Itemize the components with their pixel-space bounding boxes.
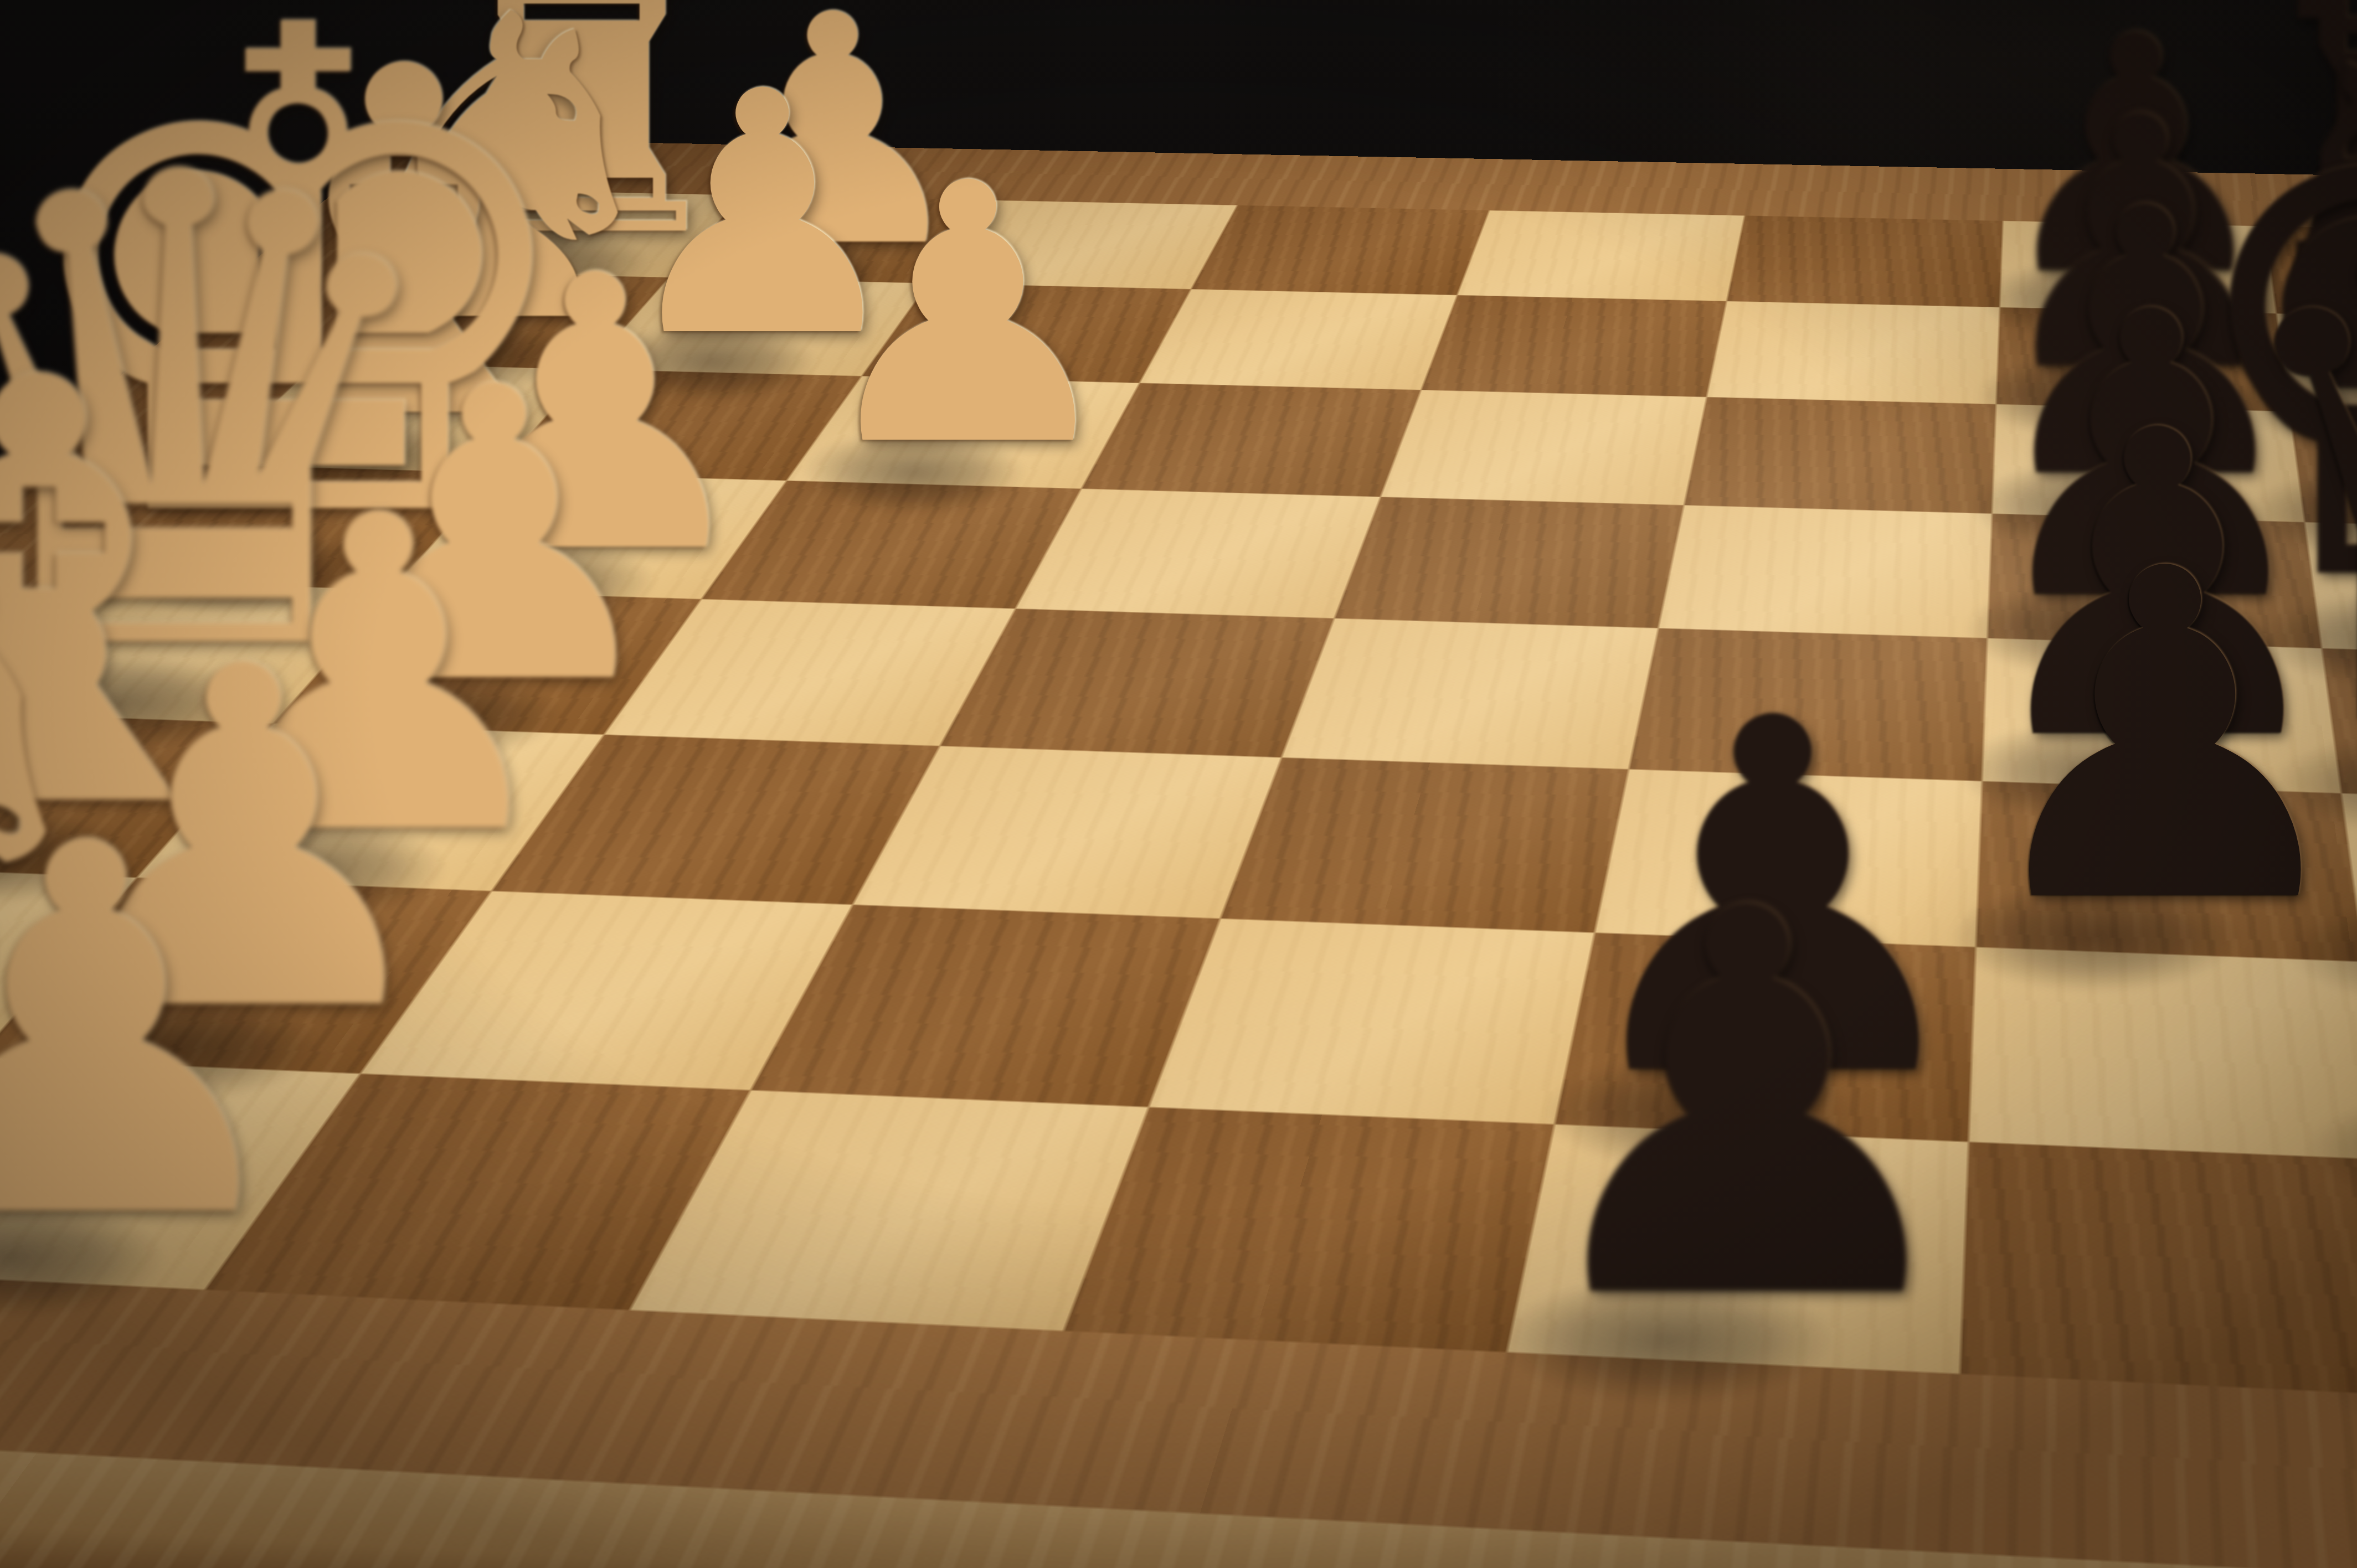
piece-black-rook-h8: ♜ xyxy=(2232,0,2357,321)
piece-white-pawn-e2: ♟ xyxy=(425,236,764,595)
piece-shadow xyxy=(1970,460,2207,551)
piece-shadow xyxy=(31,992,318,1102)
piece-black-knight-b8: ♞ xyxy=(2302,576,2357,1170)
black-pawn-icon: ♟ xyxy=(1989,2,2282,312)
piece-shadow xyxy=(803,430,1026,515)
piece-black-pawn-g7: ♟ xyxy=(1985,81,2295,410)
piece-shadow xyxy=(181,817,447,919)
piece-shadow xyxy=(2256,590,2357,689)
chess-photo-scene: ♞♝♛♚♝♞♜♟♟♟♟♟♟♟♟♜♞♝♛♚♝♞♜♟♟♟♟♟♟♟♟ xyxy=(0,0,2357,1568)
black-pawn-icon: ♟ xyxy=(1985,81,2295,410)
piece-white-bishop-c1: ♝ xyxy=(0,319,301,875)
piece-white-pawn-c2: ♟ xyxy=(183,471,573,884)
piece-white-pawn-a2: ♟ xyxy=(0,792,314,1276)
white-pawn-icon: ♟ xyxy=(0,792,314,1276)
piece-shadow xyxy=(2328,1316,2357,1451)
piece-shadow xyxy=(2243,468,2357,560)
piece-shadow xyxy=(414,227,651,302)
white-pawn-icon: ♟ xyxy=(807,146,1128,486)
piece-white-rook-h1: ♜ xyxy=(415,0,748,278)
piece-shadow xyxy=(2305,1086,2357,1210)
piece-black-pawn-h7: ♟ xyxy=(1989,2,2282,312)
piece-shadow xyxy=(0,656,265,750)
piece-black-knight-g8: ♞ xyxy=(2230,2,2357,419)
black-pawn-icon: ♟ xyxy=(1969,387,2346,787)
piece-shadow xyxy=(321,316,570,395)
black-pawn-icon: ♟ xyxy=(1555,668,1991,1131)
piece-shadow xyxy=(687,232,884,308)
piece-white-pawn-d2: ♟ xyxy=(313,345,675,729)
black-bishop-icon: ♝ xyxy=(2263,381,2357,972)
piece-white-king-e1: ♚ xyxy=(0,0,597,594)
piece-shadow xyxy=(1544,1054,1854,1173)
piece-black-pawn-c7: ♟ xyxy=(1962,523,2357,953)
black-pawn-icon: ♟ xyxy=(1509,854,1985,1359)
piece-shadow xyxy=(2223,265,2357,347)
black-bishop-icon: ♝ xyxy=(2224,53,2357,532)
piece-shadow xyxy=(1964,581,2216,678)
piece-shadow xyxy=(1949,881,2241,993)
piece-shadow xyxy=(1958,720,2228,824)
piece-black-pawn-b6: ♟ xyxy=(1555,668,1991,1131)
piece-black-pawn-f7: ♟ xyxy=(1980,169,2310,519)
piece-black-queen-d8: ♛ xyxy=(2199,154,2357,807)
piece-shadow xyxy=(422,536,656,626)
white-pawn-icon: ♟ xyxy=(425,236,764,595)
white-rook-icon: ♜ xyxy=(415,0,748,278)
white-knight-icon: ♞ xyxy=(310,0,686,370)
piece-shadow xyxy=(1980,260,2190,341)
black-queen-icon: ♛ xyxy=(2199,154,2357,807)
piece-shadow xyxy=(609,322,816,401)
black-knight-icon: ♞ xyxy=(2302,576,2357,1170)
piece-white-pawn-f3: ♟ xyxy=(807,146,1128,486)
white-pawn-icon: ♟ xyxy=(613,56,913,374)
white-pawn-icon: ♟ xyxy=(33,618,454,1063)
white-bishop-icon: ♝ xyxy=(189,18,619,474)
piece-white-bishop-f1: ♝ xyxy=(189,18,619,474)
white-queen-icon: ♛ xyxy=(0,108,468,725)
white-pawn-icon: ♟ xyxy=(691,0,975,282)
black-king-icon: ♚ xyxy=(2161,0,2357,663)
piece-shadow xyxy=(217,415,481,499)
black-pawn-icon: ♟ xyxy=(1975,271,2327,644)
black-pawn-icon: ♟ xyxy=(1980,169,2310,519)
piece-shadow xyxy=(2270,731,2357,837)
piece-black-pawn-d7: ♟ xyxy=(1969,387,2346,787)
piece-white-pawn-b2: ♟ xyxy=(33,618,454,1063)
piece-shadow xyxy=(2286,894,2357,1008)
piece-shadow xyxy=(0,804,132,905)
black-rook-icon: ♜ xyxy=(2344,797,2357,1405)
piece-shadow xyxy=(310,666,559,762)
piece-shadow xyxy=(2233,360,2357,447)
black-pawn-icon: ♟ xyxy=(1962,523,2357,953)
piece-white-pawn-h2: ♟ xyxy=(691,0,975,282)
piece-white-knight-b1: ♞ xyxy=(0,495,141,1051)
piece-black-bishop-f8: ♝ xyxy=(2224,53,2357,532)
piece-shadow xyxy=(0,1198,167,1318)
piece-shadow xyxy=(1975,354,2198,439)
piece-black-pawn-a6: ♟ xyxy=(1509,854,1985,1359)
white-pawn-icon: ♟ xyxy=(313,345,675,729)
white-pawn-icon: ♟ xyxy=(183,471,573,884)
white-bishop-icon: ♝ xyxy=(0,319,301,875)
piece-black-bishop-c8: ♝ xyxy=(2263,381,2357,972)
piece-white-queen-d1: ♛ xyxy=(0,108,468,725)
white-king-icon: ♚ xyxy=(0,0,597,594)
piece-white-pawn-g2: ♟ xyxy=(613,56,913,374)
pieces-layer: ♞♝♛♚♝♞♜♟♟♟♟♟♟♟♟♜♞♝♛♚♝♞♜♟♟♟♟♟♟♟♟ xyxy=(0,0,2357,1568)
black-knight-icon: ♞ xyxy=(2230,2,2357,419)
piece-black-rook-a8: ♜ xyxy=(2344,797,2357,1405)
white-knight-icon: ♞ xyxy=(0,495,141,1051)
piece-black-pawn-e7: ♟ xyxy=(1975,271,2327,644)
piece-shadow xyxy=(1497,1275,1835,1405)
piece-shadow xyxy=(99,528,380,616)
piece-white-knight-g1: ♞ xyxy=(310,0,686,370)
black-rook-icon: ♜ xyxy=(2232,0,2357,321)
piece-black-king-e8: ♚ xyxy=(2161,0,2357,663)
